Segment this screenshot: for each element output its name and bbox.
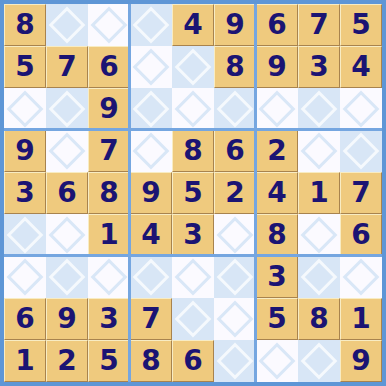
cell-r5c1[interactable]: 3	[4, 172, 46, 214]
cell-r3c7[interactable]	[256, 88, 298, 130]
cell-value: 1	[15, 347, 34, 375]
cell-value: 6	[15, 305, 34, 333]
cell-value: 8	[141, 347, 160, 375]
cell-value: 8	[15, 11, 34, 39]
diamond-icon	[217, 91, 254, 128]
cell-r8c6[interactable]	[214, 298, 256, 340]
cell-r2c3[interactable]: 6	[88, 46, 130, 88]
cell-value: 9	[15, 137, 34, 165]
cell-value: 9	[351, 347, 370, 375]
cell-r2c5[interactable]	[172, 46, 214, 88]
cell-r4c7[interactable]: 2	[256, 130, 298, 172]
cell-r8c5[interactable]	[172, 298, 214, 340]
diamond-icon	[133, 49, 170, 86]
cell-r2c9[interactable]: 4	[340, 46, 382, 88]
sudoku-grid: 8496755768934997862368952417143863693758…	[4, 4, 382, 382]
cell-value: 7	[141, 305, 160, 333]
cell-value: 6	[351, 221, 370, 249]
diamond-icon	[133, 133, 170, 170]
cell-r7c7[interactable]: 3	[256, 256, 298, 298]
cell-r7c4[interactable]	[130, 256, 172, 298]
diamond-icon	[175, 91, 212, 128]
cell-value: 4	[183, 11, 202, 39]
cell-value: 6	[183, 347, 202, 375]
diamond-icon	[91, 7, 128, 44]
cell-r1c6[interactable]: 9	[214, 4, 256, 46]
cell-r5c9[interactable]: 7	[340, 172, 382, 214]
cell-r7c8[interactable]	[298, 256, 340, 298]
cell-r9c7[interactable]	[256, 340, 298, 382]
box-divider-vertical-1	[128, 4, 131, 382]
cell-r2c8[interactable]: 3	[298, 46, 340, 88]
diamond-icon	[49, 217, 86, 254]
cell-value: 9	[225, 11, 244, 39]
cell-r1c2[interactable]	[46, 4, 88, 46]
cell-r9c1[interactable]: 1	[4, 340, 46, 382]
cell-r4c5[interactable]: 8	[172, 130, 214, 172]
cell-value: 4	[351, 53, 370, 81]
cell-r4c1[interactable]: 9	[4, 130, 46, 172]
cell-r4c3[interactable]: 7	[88, 130, 130, 172]
cell-r9c8[interactable]	[298, 340, 340, 382]
cell-r6c9[interactable]: 6	[340, 214, 382, 256]
cell-r1c8[interactable]: 7	[298, 4, 340, 46]
diamond-icon	[217, 217, 254, 254]
cell-r4c8[interactable]	[298, 130, 340, 172]
cell-value: 1	[351, 305, 370, 333]
cell-r4c9[interactable]	[340, 130, 382, 172]
cell-r3c5[interactable]	[172, 88, 214, 130]
cell-r5c6[interactable]: 2	[214, 172, 256, 214]
cell-value: 8	[183, 137, 202, 165]
cell-r2c6[interactable]: 8	[214, 46, 256, 88]
diamond-icon	[133, 91, 170, 128]
cell-r6c6[interactable]	[214, 214, 256, 256]
diamond-icon	[7, 217, 44, 254]
cell-r8c4[interactable]: 7	[130, 298, 172, 340]
cell-r1c9[interactable]: 5	[340, 4, 382, 46]
diamond-icon	[217, 301, 254, 338]
diamond-icon	[175, 301, 212, 338]
cell-value: 5	[267, 305, 286, 333]
cell-value: 6	[57, 179, 76, 207]
cell-r3c4[interactable]	[130, 88, 172, 130]
cell-r5c8[interactable]: 1	[298, 172, 340, 214]
cell-r2c7[interactable]: 9	[256, 46, 298, 88]
cell-value: 7	[99, 137, 118, 165]
diamond-icon	[343, 133, 380, 170]
cell-r3c6[interactable]	[214, 88, 256, 130]
cell-value: 5	[351, 11, 370, 39]
cell-value: 5	[183, 179, 202, 207]
cell-r3c8[interactable]	[298, 88, 340, 130]
diamond-icon	[343, 259, 380, 296]
cell-r8c1[interactable]: 6	[4, 298, 46, 340]
cell-value: 3	[309, 53, 328, 81]
diamond-icon	[7, 259, 44, 296]
cell-r7c9[interactable]	[340, 256, 382, 298]
cell-r3c2[interactable]	[46, 88, 88, 130]
cell-r6c1[interactable]	[4, 214, 46, 256]
cell-value: 4	[267, 179, 286, 207]
cell-r9c9[interactable]: 9	[340, 340, 382, 382]
cell-value: 8	[309, 305, 328, 333]
cell-r5c7[interactable]: 4	[256, 172, 298, 214]
cell-r6c4[interactable]: 4	[130, 214, 172, 256]
cell-r5c4[interactable]: 9	[130, 172, 172, 214]
cell-value: 9	[267, 53, 286, 81]
diamond-icon	[301, 217, 338, 254]
cell-r2c2[interactable]: 7	[46, 46, 88, 88]
cell-r7c2[interactable]	[46, 256, 88, 298]
diamond-icon	[301, 259, 338, 296]
cell-value: 4	[141, 221, 160, 249]
diamond-icon	[301, 91, 338, 128]
cell-value: 8	[99, 179, 118, 207]
cell-value: 1	[99, 221, 118, 249]
cell-r9c4[interactable]: 8	[130, 340, 172, 382]
cell-value: 3	[267, 263, 286, 291]
diamond-icon	[259, 343, 296, 380]
cell-r7c1[interactable]	[4, 256, 46, 298]
cell-r9c3[interactable]: 5	[88, 340, 130, 382]
cell-value: 2	[225, 179, 244, 207]
box-divider-vertical-2	[254, 4, 257, 382]
cell-value: 8	[267, 221, 286, 249]
cell-value: 9	[141, 179, 160, 207]
cell-r7c5[interactable]	[172, 256, 214, 298]
cell-r3c9[interactable]	[340, 88, 382, 130]
cell-r5c2[interactable]: 6	[46, 172, 88, 214]
cell-r6c8[interactable]	[298, 214, 340, 256]
cell-r1c4[interactable]	[130, 4, 172, 46]
diamond-icon	[259, 91, 296, 128]
diamond-icon	[175, 49, 212, 86]
cell-r9c6[interactable]	[214, 340, 256, 382]
cell-value: 7	[57, 53, 76, 81]
diamond-icon	[133, 7, 170, 44]
diamond-icon	[91, 259, 128, 296]
cell-value: 2	[57, 347, 76, 375]
cell-r7c3[interactable]	[88, 256, 130, 298]
cell-value: 3	[15, 179, 34, 207]
cell-r6c3[interactable]: 1	[88, 214, 130, 256]
diamond-icon	[133, 259, 170, 296]
cell-r4c2[interactable]	[46, 130, 88, 172]
cell-r1c1[interactable]: 8	[4, 4, 46, 46]
cell-r5c3[interactable]: 8	[88, 172, 130, 214]
diamond-icon	[217, 259, 254, 296]
cell-value: 7	[309, 11, 328, 39]
cell-value: 2	[267, 137, 286, 165]
diamond-icon	[343, 91, 380, 128]
diamond-icon	[7, 91, 44, 128]
cell-value: 3	[99, 305, 118, 333]
cell-r1c5[interactable]: 4	[172, 4, 214, 46]
cell-r9c2[interactable]: 2	[46, 340, 88, 382]
cell-value: 7	[351, 179, 370, 207]
cell-r9c5[interactable]: 6	[172, 340, 214, 382]
diamond-icon	[49, 91, 86, 128]
cell-value: 9	[99, 95, 118, 123]
diamond-icon	[175, 259, 212, 296]
cell-r4c4[interactable]	[130, 130, 172, 172]
cell-value: 9	[57, 305, 76, 333]
cell-r3c1[interactable]	[4, 88, 46, 130]
cell-r8c8[interactable]: 8	[298, 298, 340, 340]
cell-r2c1[interactable]: 5	[4, 46, 46, 88]
cell-r6c5[interactable]: 3	[172, 214, 214, 256]
diamond-icon	[49, 259, 86, 296]
diamond-icon	[49, 7, 86, 44]
cell-r8c2[interactable]: 9	[46, 298, 88, 340]
cell-r8c9[interactable]: 1	[340, 298, 382, 340]
cell-value: 6	[225, 137, 244, 165]
cell-value: 1	[309, 179, 328, 207]
cell-r6c2[interactable]	[46, 214, 88, 256]
cell-value: 3	[183, 221, 202, 249]
cell-r5c5[interactable]: 5	[172, 172, 214, 214]
cell-value: 6	[267, 11, 286, 39]
cell-r8c7[interactable]: 5	[256, 298, 298, 340]
cell-r2c4[interactable]	[130, 46, 172, 88]
diamond-icon	[301, 133, 338, 170]
cell-r1c3[interactable]	[88, 4, 130, 46]
cell-r7c6[interactable]	[214, 256, 256, 298]
cell-value: 8	[225, 53, 244, 81]
sudoku-board: 8496755768934997862368952417143863693758…	[0, 0, 386, 386]
cell-r6c7[interactable]: 8	[256, 214, 298, 256]
diamond-icon	[301, 343, 338, 380]
cell-value: 6	[99, 53, 118, 81]
box-divider-horizontal-2	[4, 254, 382, 257]
box-divider-horizontal-1	[4, 128, 382, 131]
cell-value: 5	[99, 347, 118, 375]
cell-r3c3[interactable]: 9	[88, 88, 130, 130]
cell-r4c6[interactable]: 6	[214, 130, 256, 172]
diamond-icon	[217, 343, 254, 380]
cell-r8c3[interactable]: 3	[88, 298, 130, 340]
cell-value: 5	[15, 53, 34, 81]
diamond-icon	[49, 133, 86, 170]
cell-r1c7[interactable]: 6	[256, 4, 298, 46]
